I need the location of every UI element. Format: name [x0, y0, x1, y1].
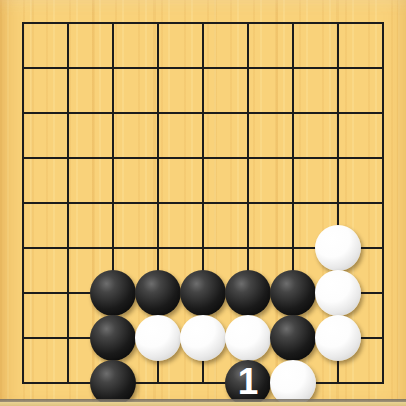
white-stone: [315, 315, 361, 361]
white-stone: [315, 225, 361, 271]
black-stone: [270, 270, 316, 316]
board-grid[interactable]: 1: [22, 22, 384, 384]
black-stone: [135, 270, 181, 316]
black-stone: [90, 315, 136, 361]
board-front-edge: [0, 399, 406, 406]
white-stone: [315, 270, 361, 316]
white-stone: [180, 315, 226, 361]
black-stone: [225, 270, 271, 316]
white-stone: [135, 315, 181, 361]
black-stone: [180, 270, 226, 316]
go-board: 1: [0, 0, 406, 406]
white-stone: [225, 315, 271, 361]
black-stone: [90, 270, 136, 316]
black-stone: [270, 315, 316, 361]
